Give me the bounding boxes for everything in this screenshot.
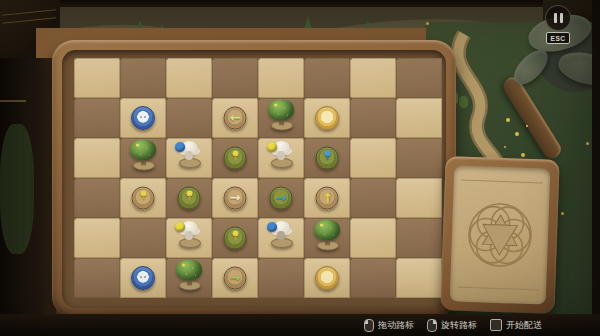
arrow-marker: → xyxy=(230,271,241,284)
hint-rotate-waypoint: 旋转路标 xyxy=(427,319,477,332)
bush-foliage xyxy=(130,139,156,160)
square-5-1 xyxy=(120,258,166,298)
square-3-4: → xyxy=(258,178,304,218)
square-0-1 xyxy=(120,58,166,98)
disc-wood-piece[interactable]: → xyxy=(224,187,247,210)
square-4-3 xyxy=(212,218,258,258)
pause-bars-icon xyxy=(554,13,557,23)
pause-bars-icon xyxy=(560,13,563,23)
bush-piece xyxy=(129,139,157,170)
disc-yellow-piece[interactable] xyxy=(315,106,339,130)
square-3-2 xyxy=(166,178,212,218)
yellow-flowers xyxy=(506,118,510,122)
bush-piece xyxy=(175,259,203,290)
star-rosette-engraving xyxy=(457,192,544,279)
square-0-0 xyxy=(74,58,120,98)
square-5-5 xyxy=(304,258,350,298)
sheep-piece xyxy=(269,141,293,168)
arrow-marker: → xyxy=(230,111,241,124)
gold-leaf-specks xyxy=(426,22,429,25)
disc-green-piece[interactable]: → xyxy=(270,187,293,210)
square-1-2 xyxy=(166,98,212,138)
carried-ball xyxy=(267,142,277,152)
square-1-1 xyxy=(120,98,166,138)
esc-key-hint: ESC xyxy=(546,32,570,44)
square-2-0 xyxy=(74,138,120,178)
arrow-marker: → xyxy=(230,191,241,204)
square-1-4 xyxy=(258,98,304,138)
pin-marker xyxy=(232,151,238,157)
sheep-face xyxy=(277,231,285,240)
sheep-face xyxy=(185,151,193,160)
square-4-6 xyxy=(350,218,396,258)
square-2-2 xyxy=(166,138,212,178)
square-3-7 xyxy=(396,178,442,218)
square-2-4 xyxy=(258,138,304,178)
square-2-3 xyxy=(212,138,258,178)
disc-green-piece[interactable] xyxy=(316,147,339,170)
pin-marker xyxy=(232,231,238,237)
pin-marker xyxy=(186,191,192,197)
square-5-6 xyxy=(350,258,396,298)
arrow-marker: → xyxy=(321,192,334,203)
board-grid: →→→→→ xyxy=(74,58,442,298)
square-5-0 xyxy=(74,258,120,298)
goat-piece xyxy=(269,221,293,248)
disc-wood-piece[interactable]: → xyxy=(224,107,247,130)
arrow-marker: → xyxy=(276,191,287,204)
shrub-decoration xyxy=(459,96,468,108)
bush-foliage xyxy=(176,259,202,280)
bush-foliage xyxy=(268,99,294,120)
square-3-3: → xyxy=(212,178,258,218)
disc-blue-piece[interactable] xyxy=(131,266,155,290)
disc-yellow-piece[interactable] xyxy=(315,266,339,290)
square-2-7 xyxy=(396,138,442,178)
square-4-4 xyxy=(258,218,304,258)
square-1-0 xyxy=(74,98,120,138)
square-3-5: → xyxy=(304,178,350,218)
square-2-5 xyxy=(304,138,350,178)
square-4-7 xyxy=(396,218,442,258)
bush-piece xyxy=(313,219,341,250)
square-5-4 xyxy=(258,258,304,298)
sheep-face xyxy=(185,231,193,240)
screen-right-edge xyxy=(592,0,600,336)
carried-ball xyxy=(175,222,185,232)
delivery-card-tray xyxy=(440,156,559,314)
square-0-7 xyxy=(396,58,442,98)
square-1-6 xyxy=(350,98,396,138)
mouse-right-icon xyxy=(427,319,437,332)
disc-green-piece[interactable] xyxy=(178,187,201,210)
square-5-3: → xyxy=(212,258,258,298)
hint-bar: 拖动路标 旋转路标 开始配送 xyxy=(0,314,600,336)
sheep-piece xyxy=(177,221,201,248)
hint-drag-waypoint: 拖动路标 xyxy=(364,319,414,332)
square-3-1 xyxy=(120,178,166,218)
disc-wood-piece[interactable] xyxy=(132,187,155,210)
square-0-2 xyxy=(166,58,212,98)
square-2-1 xyxy=(120,138,166,178)
square-0-3 xyxy=(212,58,258,98)
square-5-7 xyxy=(396,258,442,298)
sheep-face xyxy=(277,151,285,160)
square-2-6 xyxy=(350,138,396,178)
bush-piece xyxy=(267,99,295,130)
game-board-tray: →→→→→ xyxy=(52,40,456,318)
square-3-0 xyxy=(74,178,120,218)
square-1-7 xyxy=(396,98,442,138)
square-4-0 xyxy=(74,218,120,258)
square-1-3: → xyxy=(212,98,258,138)
square-5-2 xyxy=(166,258,212,298)
sheep-piece xyxy=(177,141,201,168)
square-1-5 xyxy=(304,98,350,138)
square-0-4 xyxy=(258,58,304,98)
carried-ball xyxy=(175,142,185,152)
disc-wood-piece[interactable]: → xyxy=(224,267,247,290)
pin-marker xyxy=(324,151,330,157)
square-0-5 xyxy=(304,58,350,98)
pause-button[interactable] xyxy=(545,5,571,31)
disc-wood-piece[interactable]: → xyxy=(316,187,339,210)
mouse-left-icon xyxy=(364,319,374,332)
bush-foliage xyxy=(314,219,340,240)
board-inner-lip: →→→→→ xyxy=(62,50,446,308)
hint-label: 开始配送 xyxy=(506,319,542,332)
top-frame-edge xyxy=(0,0,600,7)
pin-marker xyxy=(140,191,146,197)
square-0-6 xyxy=(350,58,396,98)
hint-label: 拖动路标 xyxy=(378,319,414,332)
disc-green-piece[interactable] xyxy=(224,147,247,170)
carried-ball xyxy=(267,222,277,232)
disc-green-piece[interactable] xyxy=(224,227,247,250)
game-screen: →→→→→ 拖动路标 旋转路标 开始配送 ESC xyxy=(0,0,600,336)
table-left-edge xyxy=(0,58,56,324)
square-3-6 xyxy=(350,178,396,218)
disc-blue-piece[interactable] xyxy=(131,106,155,130)
hint-start-delivery: 开始配送 xyxy=(490,319,542,332)
card-face xyxy=(450,165,551,304)
square-4-2 xyxy=(166,218,212,258)
square-4-1 xyxy=(120,218,166,258)
square-4-5 xyxy=(304,218,350,258)
hint-label: 旋转路标 xyxy=(441,319,477,332)
key-icon xyxy=(490,319,502,331)
